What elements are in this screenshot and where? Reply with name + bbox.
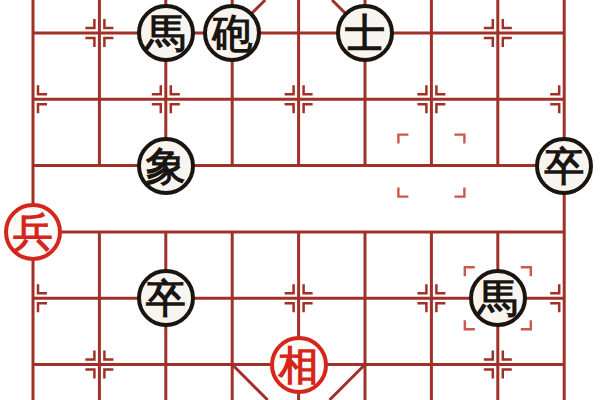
piece-black-horse[interactable]: 馬 [137,4,195,62]
piece-black-horse[interactable]: 馬 [469,269,527,327]
piece-black-soldier[interactable]: 卒 [137,269,195,327]
piece-red-elephant[interactable]: 相 [270,336,328,394]
piece-black-elephant[interactable]: 象 [137,137,195,195]
xiangqi-board: 馬砲士象卒兵卒馬相 [0,0,600,400]
piece-black-advisor[interactable]: 士 [336,4,394,62]
piece-black-soldier[interactable]: 卒 [535,137,593,195]
piece-black-cannon[interactable]: 砲 [203,4,261,62]
piece-red-soldier[interactable]: 兵 [4,203,62,261]
